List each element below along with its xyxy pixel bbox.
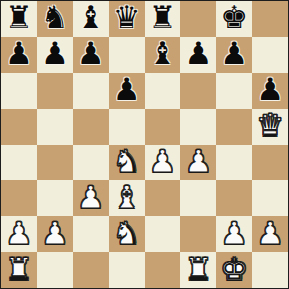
square-h3[interactable] (252, 180, 288, 216)
square-h7[interactable] (252, 37, 288, 73)
square-a8[interactable]: ♜ (1, 1, 37, 37)
square-b6[interactable] (37, 73, 73, 109)
piece-black-queen: ♛ (113, 2, 141, 33)
piece-white-rook: ♜ (184, 254, 212, 285)
square-h1[interactable] (252, 252, 288, 288)
square-b8[interactable]: ♞ (37, 1, 73, 37)
piece-black-bishop: ♝ (149, 38, 177, 69)
piece-black-pawn: ♟ (5, 38, 33, 69)
piece-white-pawn: ♟ (256, 218, 284, 249)
square-h4[interactable] (252, 145, 288, 181)
square-e7[interactable]: ♝ (145, 37, 181, 73)
square-b7[interactable]: ♟ (37, 37, 73, 73)
piece-white-pawn: ♟ (77, 182, 105, 213)
square-h5[interactable]: ♛ (252, 109, 288, 145)
square-e5[interactable] (145, 109, 181, 145)
square-a6[interactable] (1, 73, 37, 109)
square-b4[interactable] (37, 145, 73, 181)
piece-white-knight: ♞ (113, 146, 141, 177)
piece-black-pawn: ♟ (41, 38, 69, 69)
piece-black-pawn: ♟ (184, 38, 212, 69)
piece-white-queen: ♛ (256, 110, 284, 141)
square-h6[interactable]: ♟ (252, 73, 288, 109)
piece-black-rook: ♜ (5, 2, 33, 33)
square-a7[interactable]: ♟ (1, 37, 37, 73)
square-d4[interactable]: ♞ (109, 145, 145, 181)
square-b2[interactable]: ♟ (37, 216, 73, 252)
square-f2[interactable] (180, 216, 216, 252)
square-g8[interactable]: ♚ (216, 1, 252, 37)
square-d2[interactable]: ♞ (109, 216, 145, 252)
square-c1[interactable] (73, 252, 109, 288)
square-b1[interactable] (37, 252, 73, 288)
square-f6[interactable] (180, 73, 216, 109)
square-d8[interactable]: ♛ (109, 1, 145, 37)
square-f8[interactable] (180, 1, 216, 37)
piece-white-bishop: ♝ (113, 182, 141, 213)
square-h2[interactable]: ♟ (252, 216, 288, 252)
square-b3[interactable] (37, 180, 73, 216)
piece-white-pawn: ♟ (184, 146, 212, 177)
piece-white-knight: ♞ (113, 218, 141, 249)
square-f4[interactable]: ♟ (180, 145, 216, 181)
square-g2[interactable]: ♟ (216, 216, 252, 252)
square-a1[interactable]: ♜ (1, 252, 37, 288)
piece-white-pawn: ♟ (5, 218, 33, 249)
square-a5[interactable] (1, 109, 37, 145)
piece-white-pawn: ♟ (149, 146, 177, 177)
square-c8[interactable]: ♝ (73, 1, 109, 37)
square-d6[interactable]: ♟ (109, 73, 145, 109)
square-e8[interactable]: ♜ (145, 1, 181, 37)
square-c6[interactable] (73, 73, 109, 109)
piece-black-king: ♚ (220, 2, 248, 33)
piece-black-pawn: ♟ (256, 74, 284, 105)
piece-black-pawn: ♟ (113, 74, 141, 105)
square-d1[interactable] (109, 252, 145, 288)
square-g5[interactable] (216, 109, 252, 145)
square-e3[interactable] (145, 180, 181, 216)
square-g1[interactable]: ♚ (216, 252, 252, 288)
square-c3[interactable]: ♟ (73, 180, 109, 216)
piece-black-pawn: ♟ (220, 38, 248, 69)
square-f3[interactable] (180, 180, 216, 216)
square-a2[interactable]: ♟ (1, 216, 37, 252)
square-c2[interactable] (73, 216, 109, 252)
piece-white-pawn: ♟ (220, 218, 248, 249)
square-f5[interactable] (180, 109, 216, 145)
square-e6[interactable] (145, 73, 181, 109)
square-f1[interactable]: ♜ (180, 252, 216, 288)
square-c7[interactable]: ♟ (73, 37, 109, 73)
piece-black-knight: ♞ (41, 2, 69, 33)
square-g3[interactable] (216, 180, 252, 216)
square-d5[interactable] (109, 109, 145, 145)
piece-white-rook: ♜ (5, 254, 33, 285)
square-d7[interactable] (109, 37, 145, 73)
square-h8[interactable] (252, 1, 288, 37)
piece-black-rook: ♜ (149, 2, 177, 33)
square-c4[interactable] (73, 145, 109, 181)
square-g7[interactable]: ♟ (216, 37, 252, 73)
square-b5[interactable] (37, 109, 73, 145)
square-c5[interactable] (73, 109, 109, 145)
square-a4[interactable] (1, 145, 37, 181)
square-a3[interactable] (1, 180, 37, 216)
square-g4[interactable] (216, 145, 252, 181)
piece-white-pawn: ♟ (41, 218, 69, 249)
chess-board: ♜♞♝♛♜♚♟♟♟♝♟♟♟♟♛♞♟♟♟♝♟♟♞♟♟♜♜♚ (0, 0, 289, 289)
square-g6[interactable] (216, 73, 252, 109)
piece-white-king: ♚ (220, 254, 248, 285)
piece-black-bishop: ♝ (77, 2, 105, 33)
square-e2[interactable] (145, 216, 181, 252)
square-e4[interactable]: ♟ (145, 145, 181, 181)
piece-black-pawn: ♟ (77, 38, 105, 69)
square-e1[interactable] (145, 252, 181, 288)
square-d3[interactable]: ♝ (109, 180, 145, 216)
square-f7[interactable]: ♟ (180, 37, 216, 73)
